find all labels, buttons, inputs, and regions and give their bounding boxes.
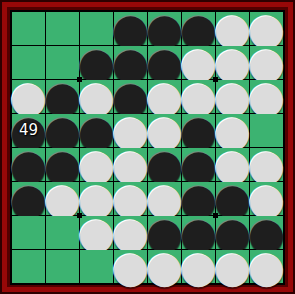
cell-b1[interactable] (46, 12, 79, 45)
cell-f8[interactable]: ● (182, 250, 215, 283)
cell-h8[interactable]: ● (250, 250, 283, 283)
white-disc: ● (180, 246, 218, 289)
white-disc: ● (214, 246, 252, 289)
cell-a1[interactable] (12, 12, 45, 45)
white-disc: ● (248, 246, 286, 289)
cell-e8[interactable]: ● (148, 250, 181, 283)
cell-b8[interactable] (46, 250, 79, 283)
othello-board: ●●●●●●●●●●●●●●●●●●●●49●●●●●●●●●●●●●●●●●●… (10, 10, 285, 285)
cell-c7[interactable]: ● (80, 216, 113, 249)
cell-a8[interactable] (12, 250, 45, 283)
cell-h3[interactable]: ● (250, 80, 283, 113)
star-point (77, 213, 82, 218)
white-disc: ● (112, 246, 150, 289)
white-disc: ● (248, 76, 286, 119)
cell-c8[interactable] (80, 250, 113, 283)
cell-b7[interactable] (46, 216, 79, 249)
star-point (213, 213, 218, 218)
white-disc: ● (146, 246, 184, 289)
cell-d8[interactable]: ● (114, 250, 147, 283)
white-disc: ● (44, 178, 82, 221)
cell-a6[interactable]: ● (12, 182, 45, 215)
cell-g8[interactable]: ● (216, 250, 249, 283)
board-frame: ●●●●●●●●●●●●●●●●●●●●49●●●●●●●●●●●●●●●●●●… (0, 0, 295, 294)
star-point (77, 77, 82, 82)
cell-b6[interactable]: ● (46, 182, 79, 215)
cell-a7[interactable] (12, 216, 45, 249)
board-grid: ●●●●●●●●●●●●●●●●●●●●49●●●●●●●●●●●●●●●●●●… (12, 12, 283, 283)
white-disc: ● (78, 212, 116, 255)
black-disc: ● (10, 178, 48, 221)
star-point (213, 77, 218, 82)
